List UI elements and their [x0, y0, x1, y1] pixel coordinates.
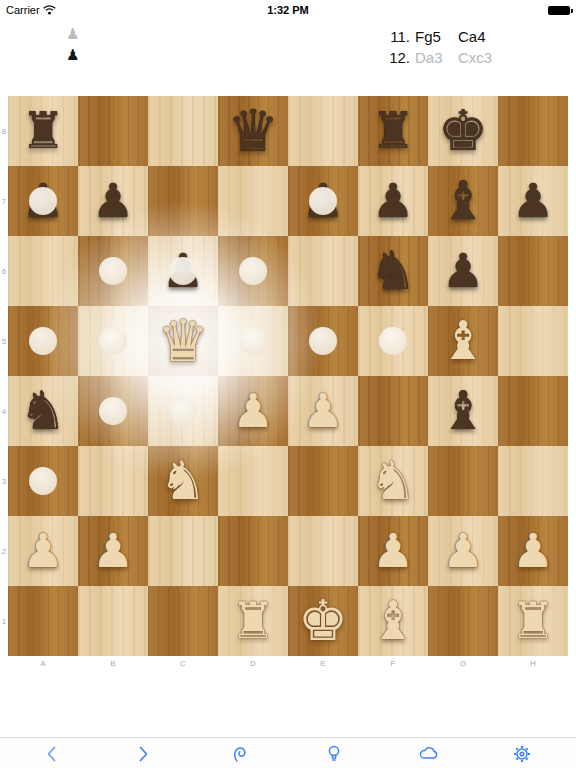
square-c8[interactable] — [148, 96, 218, 166]
square-b6[interactable] — [78, 236, 148, 306]
file-label-B: B — [78, 659, 148, 668]
cloud-button[interactable] — [417, 743, 439, 765]
rank-label-1: 1 — [1, 617, 7, 626]
white-knight-f3: ♞ — [358, 446, 428, 516]
square-c1[interactable] — [148, 586, 218, 656]
white-pawn-g2: ♟ — [428, 516, 498, 586]
square-c5[interactable]: ♛ — [148, 306, 218, 376]
square-a4[interactable]: ♞ — [8, 376, 78, 446]
square-g8[interactable]: ♚ — [428, 96, 498, 166]
square-g5[interactable]: ♝ — [428, 306, 498, 376]
square-h5[interactable] — [498, 306, 568, 376]
black-rook-a8: ♜ — [8, 96, 78, 166]
chevron-right-icon — [132, 743, 154, 765]
square-b5[interactable] — [78, 306, 148, 376]
square-f7[interactable]: ♟ — [358, 166, 428, 236]
square-d4[interactable]: ♟ — [218, 376, 288, 446]
square-d6[interactable] — [218, 236, 288, 306]
white-pawn-d4: ♟ — [218, 376, 288, 446]
white-player-pawn-icon: ♟ — [66, 26, 79, 41]
square-e6[interactable] — [288, 236, 358, 306]
file-label-C: C — [148, 659, 218, 668]
legal-move-dot-f5[interactable] — [379, 327, 407, 355]
square-b1[interactable] — [78, 586, 148, 656]
square-b3[interactable] — [78, 446, 148, 516]
rank-label-3: 3 — [1, 477, 7, 486]
file-label-H: H — [498, 659, 568, 668]
square-e1[interactable]: ♚ — [288, 586, 358, 656]
square-a6[interactable] — [8, 236, 78, 306]
square-f3[interactable]: ♞ — [358, 446, 428, 516]
black-pawn-h7: ♟ — [498, 166, 568, 236]
chevron-left-icon — [41, 743, 63, 765]
file-label-D: D — [218, 659, 288, 668]
legal-move-dot-a3[interactable] — [29, 467, 57, 495]
square-a2[interactable]: ♟ — [8, 516, 78, 586]
status-bar: Carrier 1:32 PM — [0, 0, 576, 20]
black-player-pawn-icon: ♟ — [66, 47, 79, 62]
white-pawn-h2: ♟ — [498, 516, 568, 586]
black-bishop-g7: ♝ — [428, 166, 498, 236]
white-rook-h1: ♜ — [498, 586, 568, 656]
square-d5[interactable] — [218, 306, 288, 376]
square-f8[interactable]: ♜ — [358, 96, 428, 166]
square-a7[interactable]: ♟ — [8, 166, 78, 236]
move-black[interactable]: Ca4 — [458, 28, 486, 45]
file-label-A: A — [8, 659, 78, 668]
square-e7[interactable]: ♟ — [288, 166, 358, 236]
white-pawn-a2: ♟ — [8, 516, 78, 586]
square-h8[interactable] — [498, 96, 568, 166]
gear-icon — [511, 743, 533, 765]
black-pawn-b7: ♟ — [78, 166, 148, 236]
square-e4[interactable]: ♟ — [288, 376, 358, 446]
square-b7[interactable]: ♟ — [78, 166, 148, 236]
square-g1[interactable] — [428, 586, 498, 656]
legal-move-dot-d6[interactable] — [239, 257, 267, 285]
legal-move-dot-c4[interactable] — [169, 397, 197, 425]
file-label-G: G — [428, 659, 498, 668]
chess-board: ♜♛♜♚♟♟♟♟♝♟♟♞♟♛♝♞♟♟♝♞♞♟♟♟♟♟♜♚♝♜ — [8, 96, 568, 656]
battery-icon — [548, 6, 570, 15]
rank-label-2: 2 — [1, 547, 7, 556]
square-c6[interactable]: ♟ — [148, 236, 218, 306]
square-g4[interactable]: ♝ — [428, 376, 498, 446]
square-a1[interactable] — [8, 586, 78, 656]
legal-move-dot-a7[interactable] — [29, 187, 57, 215]
file-label-E: E — [288, 659, 358, 668]
status-time: 1:32 PM — [0, 4, 576, 16]
square-e5[interactable] — [288, 306, 358, 376]
legal-move-dot-b5[interactable] — [99, 327, 127, 355]
square-f2[interactable]: ♟ — [358, 516, 428, 586]
file-label-F: F — [358, 659, 428, 668]
square-f4[interactable] — [358, 376, 428, 446]
square-c4[interactable] — [148, 376, 218, 446]
square-g3[interactable] — [428, 446, 498, 516]
square-d2[interactable] — [218, 516, 288, 586]
square-g2[interactable]: ♟ — [428, 516, 498, 586]
square-h2[interactable]: ♟ — [498, 516, 568, 586]
cloud-icon — [417, 743, 441, 765]
square-b8[interactable] — [78, 96, 148, 166]
square-h7[interactable]: ♟ — [498, 166, 568, 236]
legal-move-dot-b4[interactable] — [99, 397, 127, 425]
legal-move-dot-a5[interactable] — [29, 327, 57, 355]
white-knight-c3: ♞ — [148, 446, 218, 516]
lightbulb-icon — [323, 743, 345, 765]
square-h4[interactable] — [498, 376, 568, 446]
move-header: ♟ ♟ 11. Fg5 Ca4 12. Da3 Cxc3 — [0, 20, 576, 60]
square-e3[interactable] — [288, 446, 358, 516]
black-bishop-g4: ♝ — [428, 376, 498, 446]
square-d3[interactable] — [218, 446, 288, 516]
square-a3[interactable] — [8, 446, 78, 516]
rank-label-6: 6 — [1, 267, 7, 276]
white-queen-c5: ♛ — [148, 306, 218, 376]
white-pawn-e4: ♟ — [288, 376, 358, 446]
square-g7[interactable]: ♝ — [428, 166, 498, 236]
square-d1[interactable]: ♜ — [218, 586, 288, 656]
move-number: 11. — [368, 28, 410, 45]
square-g6[interactable]: ♟ — [428, 236, 498, 306]
square-d8[interactable]: ♛ — [218, 96, 288, 166]
square-c3[interactable]: ♞ — [148, 446, 218, 516]
square-d7[interactable] — [218, 166, 288, 236]
black-knight-a4: ♞ — [8, 376, 78, 446]
square-e2[interactable] — [288, 516, 358, 586]
white-bishop-g5: ♝ — [428, 306, 498, 376]
black-queen-d8: ♛ — [218, 96, 288, 166]
square-f1[interactable]: ♝ — [358, 586, 428, 656]
black-rook-f8: ♜ — [358, 96, 428, 166]
square-e8[interactable] — [288, 96, 358, 166]
rank-label-5: 5 — [1, 337, 7, 346]
rank-label-4: 4 — [1, 407, 7, 416]
legal-move-dot-d5[interactable] — [239, 327, 267, 355]
black-pawn-g6: ♟ — [428, 236, 498, 306]
black-knight-f6: ♞ — [358, 236, 428, 306]
black-pawn-f7: ♟ — [358, 166, 428, 236]
forward-button[interactable] — [132, 743, 154, 765]
square-a5[interactable] — [8, 306, 78, 376]
ear-icon — [229, 743, 251, 765]
legal-move-dot-b6[interactable] — [99, 257, 127, 285]
square-a8[interactable]: ♜ — [8, 96, 78, 166]
hint-button[interactable] — [323, 743, 345, 765]
move-number: 12. — [368, 49, 410, 66]
white-bishop-f1: ♝ — [358, 586, 428, 656]
square-f6[interactable]: ♞ — [358, 236, 428, 306]
square-f5[interactable] — [358, 306, 428, 376]
square-h1[interactable]: ♜ — [498, 586, 568, 656]
legal-move-dot-e5[interactable] — [309, 327, 337, 355]
square-c7[interactable] — [148, 166, 218, 236]
back-button[interactable] — [41, 743, 63, 765]
square-b2[interactable]: ♟ — [78, 516, 148, 586]
white-pawn-b2: ♟ — [78, 516, 148, 586]
square-c2[interactable] — [148, 516, 218, 586]
rank-label-7: 7 — [1, 197, 7, 206]
rank-label-8: 8 — [1, 127, 7, 136]
white-rook-d1: ♜ — [218, 586, 288, 656]
ear-button[interactable] — [229, 743, 251, 765]
bottom-toolbar — [0, 737, 576, 768]
legal-move-dot-c6[interactable] — [169, 257, 197, 285]
settings-button[interactable] — [511, 743, 533, 765]
move-black-future[interactable]: Cxc3 — [458, 49, 492, 66]
move-white[interactable]: Fg5 — [415, 28, 441, 45]
white-pawn-f2: ♟ — [358, 516, 428, 586]
black-king-g8: ♚ — [428, 96, 498, 166]
square-h3[interactable] — [498, 446, 568, 516]
legal-move-dot-e7[interactable] — [309, 187, 337, 215]
square-b4[interactable] — [78, 376, 148, 446]
white-king-e1: ♚ — [288, 586, 358, 656]
square-h6[interactable] — [498, 236, 568, 306]
move-white-future[interactable]: Da3 — [415, 49, 443, 66]
